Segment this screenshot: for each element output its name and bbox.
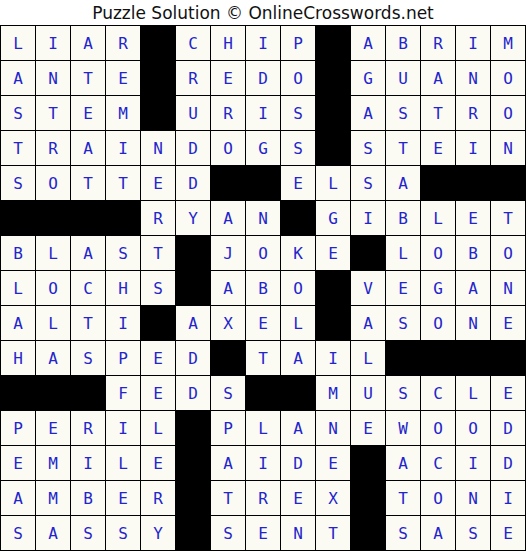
block-cell-r5c7 [211, 166, 245, 200]
letter-cell-r12c14: O [456, 411, 490, 445]
letter-cell-r2c14: N [456, 61, 490, 95]
letter-cell-r13c4: L [106, 446, 140, 480]
letter-cell-r5c10: L [316, 166, 350, 200]
letter-cell-r14c7: T [211, 481, 245, 515]
letter-cell-r5c4: T [106, 166, 140, 200]
letter-cell-r14c15: I [491, 481, 525, 515]
letter-cell-r13c9: D [281, 446, 315, 480]
letter-cell-r9c8: E [246, 306, 280, 340]
letter-cell-r7c5: T [141, 236, 175, 270]
letter-cell-r1c2: I [36, 26, 70, 60]
letter-cell-r15c5: Y [141, 516, 175, 550]
block-cell-r6c3 [71, 201, 105, 235]
letter-cell-r9c4: I [106, 306, 140, 340]
letter-cell-r12c3: R [71, 411, 105, 445]
block-cell-r13c6 [176, 446, 210, 480]
letter-cell-r3c14: R [456, 96, 490, 130]
letter-cell-r11c10: M [316, 376, 350, 410]
letter-cell-r4c4: I [106, 131, 140, 165]
letter-cell-r8c4: H [106, 271, 140, 305]
letter-cell-r10c3: S [71, 341, 105, 375]
letter-cell-r13c8: I [246, 446, 280, 480]
block-cell-r12c6 [176, 411, 210, 445]
letter-cell-r13c10: E [316, 446, 350, 480]
letter-cell-r14c5: R [141, 481, 175, 515]
letter-cell-r12c7: P [211, 411, 245, 445]
letter-cell-r1c14: I [456, 26, 490, 60]
letter-cell-r14c2: M [36, 481, 70, 515]
block-cell-r5c15 [491, 166, 525, 200]
letter-cell-r8c8: B [246, 271, 280, 305]
letter-cell-r3c1: S [1, 96, 35, 130]
letter-cell-r3c6: U [176, 96, 210, 130]
letter-cell-r10c5: E [141, 341, 175, 375]
block-cell-r8c10 [316, 271, 350, 305]
letter-cell-r11c5: E [141, 376, 175, 410]
block-cell-r8c6 [176, 271, 210, 305]
letter-cell-r2c1: A [1, 61, 35, 95]
letter-cell-r10c9: A [281, 341, 315, 375]
block-cell-r11c3 [71, 376, 105, 410]
letter-cell-r3c12: S [386, 96, 420, 130]
letter-cell-r14c14: N [456, 481, 490, 515]
letter-cell-r6c11: I [351, 201, 385, 235]
letter-cell-r4c8: G [246, 131, 280, 165]
letter-cell-r7c13: O [421, 236, 455, 270]
letter-cell-r9c12: S [386, 306, 420, 340]
letter-cell-r5c2: O [36, 166, 70, 200]
letter-cell-r12c9: A [281, 411, 315, 445]
block-cell-r15c11 [351, 516, 385, 550]
letter-cell-r2c13: A [421, 61, 455, 95]
letter-cell-r4c5: N [141, 131, 175, 165]
letter-cell-r15c13: A [421, 516, 455, 550]
letter-cell-r2c4: E [106, 61, 140, 95]
letter-cell-r4c3: A [71, 131, 105, 165]
letter-cell-r6c15: T [491, 201, 525, 235]
letter-cell-r3c7: R [211, 96, 245, 130]
letter-cell-r1c15: M [491, 26, 525, 60]
letter-cell-r7c3: A [71, 236, 105, 270]
letter-cell-r11c14: L [456, 376, 490, 410]
letter-cell-r3c2: T [36, 96, 70, 130]
letter-cell-r4c14: I [456, 131, 490, 165]
letter-cell-r4c9: S [281, 131, 315, 165]
letter-cell-r15c3: S [71, 516, 105, 550]
letter-cell-r14c3: B [71, 481, 105, 515]
letter-cell-r5c12: A [386, 166, 420, 200]
block-cell-r6c2 [36, 201, 70, 235]
letter-cell-r7c2: L [36, 236, 70, 270]
block-cell-r7c11 [351, 236, 385, 270]
letter-cell-r7c12: L [386, 236, 420, 270]
block-cell-r6c9 [281, 201, 315, 235]
block-cell-r7c6 [176, 236, 210, 270]
letter-cell-r12c15: D [491, 411, 525, 445]
letter-cell-r10c6: D [176, 341, 210, 375]
letter-cell-r13c14: I [456, 446, 490, 480]
letter-cell-r3c15: O [491, 96, 525, 130]
letter-cell-r2c15: O [491, 61, 525, 95]
letter-cell-r4c2: R [36, 131, 70, 165]
block-cell-r5c8 [246, 166, 280, 200]
letter-cell-r15c14: S [456, 516, 490, 550]
letter-cell-r15c4: S [106, 516, 140, 550]
letter-cell-r9c14: N [456, 306, 490, 340]
letter-cell-r6c10: G [316, 201, 350, 235]
letter-cell-r9c13: O [421, 306, 455, 340]
letter-cell-r1c3: A [71, 26, 105, 60]
letter-cell-r8c15: N [491, 271, 525, 305]
letter-cell-r2c7: E [211, 61, 245, 95]
letter-cell-r6c13: L [421, 201, 455, 235]
letter-cell-r1c7: H [211, 26, 245, 60]
letter-cell-r8c11: V [351, 271, 385, 305]
block-cell-r9c5 [141, 306, 175, 340]
letter-cell-r15c8: E [246, 516, 280, 550]
letter-cell-r14c10: X [316, 481, 350, 515]
letter-cell-r2c12: U [386, 61, 420, 95]
block-cell-r13c11 [351, 446, 385, 480]
letter-cell-r3c11: A [351, 96, 385, 130]
letter-cell-r9c2: L [36, 306, 70, 340]
block-cell-r6c4 [106, 201, 140, 235]
letter-cell-r1c6: C [176, 26, 210, 60]
block-cell-r11c2 [36, 376, 70, 410]
letter-cell-r7c8: O [246, 236, 280, 270]
letter-cell-r13c7: A [211, 446, 245, 480]
letter-cell-r8c3: C [71, 271, 105, 305]
letter-cell-r6c6: Y [176, 201, 210, 235]
letter-cell-r5c1: S [1, 166, 35, 200]
letter-cell-r11c12: S [386, 376, 420, 410]
letter-cell-r7c10: E [316, 236, 350, 270]
letter-cell-r10c8: T [246, 341, 280, 375]
letter-cell-r9c15: E [491, 306, 525, 340]
block-cell-r4c10 [316, 131, 350, 165]
letter-cell-r14c12: T [386, 481, 420, 515]
letter-cell-r5c3: T [71, 166, 105, 200]
letter-cell-r6c5: R [141, 201, 175, 235]
letter-cell-r11c4: F [106, 376, 140, 410]
letter-cell-r15c15: E [491, 516, 525, 550]
letter-cell-r6c14: E [456, 201, 490, 235]
letter-cell-r10c10: I [316, 341, 350, 375]
letter-cell-r2c6: R [176, 61, 210, 95]
letter-cell-r1c11: A [351, 26, 385, 60]
letter-cell-r13c12: A [386, 446, 420, 480]
letter-cell-r4c12: T [386, 131, 420, 165]
letter-cell-r1c13: R [421, 26, 455, 60]
letter-cell-r7c1: B [1, 236, 35, 270]
letter-cell-r13c2: M [36, 446, 70, 480]
letter-cell-r8c14: A [456, 271, 490, 305]
letter-cell-r14c9: E [281, 481, 315, 515]
letter-cell-r2c8: D [246, 61, 280, 95]
letter-cell-r8c5: S [141, 271, 175, 305]
letter-cell-r9c6: A [176, 306, 210, 340]
letter-cell-r12c12: W [386, 411, 420, 445]
letter-cell-r7c14: B [456, 236, 490, 270]
letter-cell-r1c1: L [1, 26, 35, 60]
letter-cell-r5c9: E [281, 166, 315, 200]
letter-cell-r15c7: S [211, 516, 245, 550]
letter-cell-r8c7: A [211, 271, 245, 305]
letter-cell-r13c1: E [1, 446, 35, 480]
block-cell-r11c9 [281, 376, 315, 410]
letter-cell-r6c12: B [386, 201, 420, 235]
block-cell-r3c10 [316, 96, 350, 130]
letter-cell-r7c15: O [491, 236, 525, 270]
letter-cell-r12c11: E [351, 411, 385, 445]
letter-cell-r7c4: S [106, 236, 140, 270]
letter-cell-r10c1: H [1, 341, 35, 375]
letter-cell-r13c15: D [491, 446, 525, 480]
letter-cell-r15c12: S [386, 516, 420, 550]
letter-cell-r9c9: L [281, 306, 315, 340]
letter-cell-r13c13: C [421, 446, 455, 480]
block-cell-r11c8 [246, 376, 280, 410]
letter-cell-r11c15: E [491, 376, 525, 410]
letter-cell-r5c11: S [351, 166, 385, 200]
letter-cell-r2c11: G [351, 61, 385, 95]
letter-cell-r8c2: O [36, 271, 70, 305]
letter-cell-r7c7: J [211, 236, 245, 270]
letter-cell-r1c4: R [106, 26, 140, 60]
block-cell-r6c1 [1, 201, 35, 235]
letter-cell-r9c7: X [211, 306, 245, 340]
block-cell-r11c1 [1, 376, 35, 410]
letter-cell-r1c8: I [246, 26, 280, 60]
letter-cell-r12c13: O [421, 411, 455, 445]
letter-cell-r5c6: D [176, 166, 210, 200]
letter-cell-r11c6: D [176, 376, 210, 410]
letter-cell-r11c7: S [211, 376, 245, 410]
letter-cell-r8c13: G [421, 271, 455, 305]
letter-cell-r4c11: S [351, 131, 385, 165]
letter-cell-r13c5: E [141, 446, 175, 480]
block-cell-r10c15 [491, 341, 525, 375]
letter-cell-r1c12: B [386, 26, 420, 60]
letter-cell-r9c1: A [1, 306, 35, 340]
letter-cell-r14c4: E [106, 481, 140, 515]
letter-cell-r2c2: N [36, 61, 70, 95]
letter-cell-r7c9: K [281, 236, 315, 270]
block-cell-r15c6 [176, 516, 210, 550]
page-title: Puzzle Solution © OnlineCrosswords.net [92, 3, 434, 23]
letter-cell-r14c1: A [1, 481, 35, 515]
block-cell-r2c5 [141, 61, 175, 95]
letter-cell-r8c1: L [1, 271, 35, 305]
block-cell-r2c10 [316, 61, 350, 95]
letter-cell-r12c4: I [106, 411, 140, 445]
block-cell-r10c14 [456, 341, 490, 375]
block-cell-r14c11 [351, 481, 385, 515]
block-cell-r1c10 [316, 26, 350, 60]
letter-cell-r11c11: U [351, 376, 385, 410]
letter-cell-r4c13: E [421, 131, 455, 165]
title-bar: Puzzle Solution © OnlineCrosswords.net [0, 0, 526, 25]
block-cell-r1c5 [141, 26, 175, 60]
letter-cell-r12c5: L [141, 411, 175, 445]
letter-cell-r12c2: E [36, 411, 70, 445]
block-cell-r10c13 [421, 341, 455, 375]
letter-cell-r2c9: O [281, 61, 315, 95]
letter-cell-r10c11: L [351, 341, 385, 375]
letter-cell-r15c1: S [1, 516, 35, 550]
letter-cell-r4c1: T [1, 131, 35, 165]
letter-cell-r14c13: O [421, 481, 455, 515]
block-cell-r14c6 [176, 481, 210, 515]
block-cell-r9c10 [316, 306, 350, 340]
letter-cell-r12c8: L [246, 411, 280, 445]
letter-cell-r3c4: M [106, 96, 140, 130]
letter-cell-r8c9: O [281, 271, 315, 305]
letter-cell-r3c8: I [246, 96, 280, 130]
letter-cell-r5c5: E [141, 166, 175, 200]
letter-cell-r10c4: P [106, 341, 140, 375]
letter-cell-r13c3: I [71, 446, 105, 480]
letter-cell-r15c9: N [281, 516, 315, 550]
block-cell-r10c12 [386, 341, 420, 375]
letter-cell-r6c7: A [211, 201, 245, 235]
letter-cell-r4c15: N [491, 131, 525, 165]
letter-cell-r15c10: T [316, 516, 350, 550]
block-cell-r5c13 [421, 166, 455, 200]
letter-cell-r9c3: T [71, 306, 105, 340]
letter-cell-r14c8: R [246, 481, 280, 515]
letter-cell-r12c1: P [1, 411, 35, 445]
letter-cell-r2c3: T [71, 61, 105, 95]
letter-cell-r11c13: C [421, 376, 455, 410]
block-cell-r10c7 [211, 341, 245, 375]
letter-cell-r1c9: P [281, 26, 315, 60]
letter-cell-r3c13: T [421, 96, 455, 130]
block-cell-r5c14 [456, 166, 490, 200]
letter-cell-r6c8: N [246, 201, 280, 235]
letter-cell-r10c2: A [36, 341, 70, 375]
letter-cell-r4c7: O [211, 131, 245, 165]
letter-cell-r12c10: N [316, 411, 350, 445]
letter-cell-r9c11: A [351, 306, 385, 340]
letter-cell-r3c9: S [281, 96, 315, 130]
letter-cell-r4c6: D [176, 131, 210, 165]
letter-cell-r8c12: E [386, 271, 420, 305]
crossword-grid: LIARCHIPABRIMANTEREDOGUANOSTEMURISASTROT… [0, 25, 526, 551]
block-cell-r3c5 [141, 96, 175, 130]
letter-cell-r15c2: A [36, 516, 70, 550]
letter-cell-r3c3: E [71, 96, 105, 130]
